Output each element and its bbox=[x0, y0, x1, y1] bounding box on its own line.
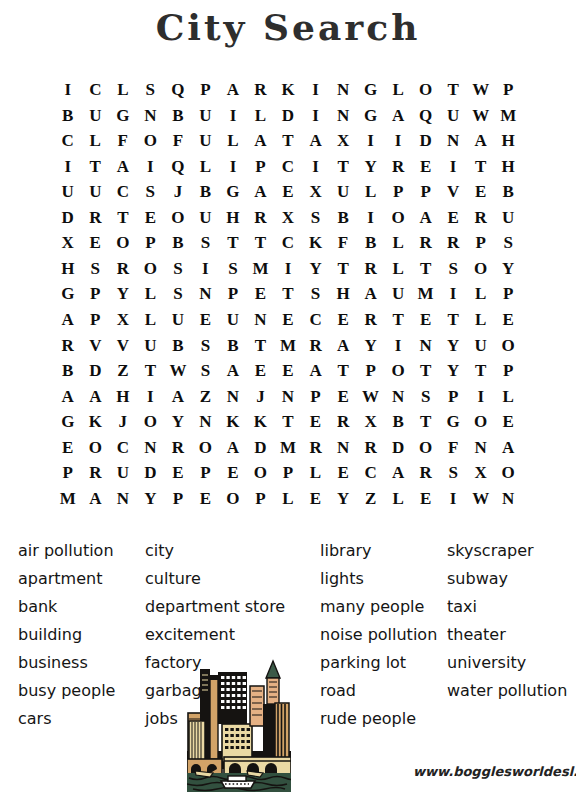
grid-cell-r3c14: D bbox=[412, 128, 440, 154]
grid-cell-r16c7: E bbox=[219, 460, 247, 486]
grid-cell-r15c8: D bbox=[247, 434, 275, 460]
grid-cell-r3c5: F bbox=[164, 128, 192, 154]
grid-cell-r6c2: R bbox=[82, 205, 110, 231]
grid-cell-r2c2: U bbox=[82, 103, 110, 129]
grid-cell-r12c14: T bbox=[412, 358, 440, 384]
grid-cell-r15c17: A bbox=[494, 434, 522, 460]
grid-cell-r8c1: H bbox=[54, 256, 82, 282]
grid-cell-r8c2: S bbox=[82, 256, 110, 282]
grid-cell-r14c17: E bbox=[494, 409, 522, 435]
grid-cell-r5c16: E bbox=[467, 179, 495, 205]
word-item: culture bbox=[145, 565, 285, 593]
grid-cell-r4c9: C bbox=[274, 154, 302, 180]
word-item: subway bbox=[447, 565, 567, 593]
grid-cell-r11c17: O bbox=[494, 332, 522, 358]
grid-cell-r9c7: P bbox=[219, 281, 247, 307]
grid-cell-r14c10: E bbox=[302, 409, 330, 435]
grid-cell-r9c13: U bbox=[384, 281, 412, 307]
grid-cell-r5c7: G bbox=[219, 179, 247, 205]
grid-cell-r10c16: L bbox=[467, 307, 495, 333]
grid-cell-r11c10: R bbox=[302, 332, 330, 358]
grid-cell-r12c17: P bbox=[494, 358, 522, 384]
grid-cell-r1c13: L bbox=[384, 77, 412, 103]
word-item: taxi bbox=[447, 593, 567, 621]
grid-cell-r15c11: N bbox=[329, 434, 357, 460]
grid-cell-r2c8: L bbox=[247, 103, 275, 129]
grid-cell-r7c1: X bbox=[54, 230, 82, 256]
grid-cell-r7c2: E bbox=[82, 230, 110, 256]
grid-cell-r10c3: X bbox=[109, 307, 137, 333]
grid-cell-r13c13: N bbox=[384, 383, 412, 409]
grid-cell-r11c2: V bbox=[82, 332, 110, 358]
grid-cell-r7c10: K bbox=[302, 230, 330, 256]
grid-cell-r1c1: I bbox=[54, 77, 82, 103]
grid-cell-r9c12: A bbox=[357, 281, 385, 307]
grid-cell-r10c6: E bbox=[192, 307, 220, 333]
grid-cell-r9c1: G bbox=[54, 281, 82, 307]
word-item: skyscraper bbox=[447, 537, 567, 565]
grid-cell-r9c16: L bbox=[467, 281, 495, 307]
grid-cell-r4c15: I bbox=[439, 154, 467, 180]
grid-cell-r3c3: F bbox=[109, 128, 137, 154]
grid-cell-r12c16: T bbox=[467, 358, 495, 384]
grid-cell-r17c5: P bbox=[164, 485, 192, 511]
grid-cell-r13c8: J bbox=[247, 383, 275, 409]
word-item: rude people bbox=[320, 705, 437, 733]
word-item: many people bbox=[320, 593, 437, 621]
grid-cell-r11c3: V bbox=[109, 332, 137, 358]
grid-cell-r6c15: E bbox=[439, 205, 467, 231]
word-item: lights bbox=[320, 565, 437, 593]
grid-cell-r6c16: R bbox=[467, 205, 495, 231]
grid-cell-r7c8: T bbox=[247, 230, 275, 256]
grid-cell-r5c13: P bbox=[384, 179, 412, 205]
grid-cell-r7c3: O bbox=[109, 230, 137, 256]
grid-cell-r11c4: U bbox=[137, 332, 165, 358]
grid-cell-r5c17: B bbox=[494, 179, 522, 205]
grid-cell-r8c15: S bbox=[439, 256, 467, 282]
grid-cell-r16c16: X bbox=[467, 460, 495, 486]
grid-cell-r14c9: T bbox=[274, 409, 302, 435]
grid-cell-r16c2: R bbox=[82, 460, 110, 486]
grid-cell-r17c12: Z bbox=[357, 485, 385, 511]
word-item: department store bbox=[145, 593, 285, 621]
grid-cell-r8c12: R bbox=[357, 256, 385, 282]
grid-cell-r10c2: P bbox=[82, 307, 110, 333]
grid-cell-r8c13: L bbox=[384, 256, 412, 282]
website-url: www.bogglesworldesl.com bbox=[413, 764, 576, 779]
grid-cell-r8c14: T bbox=[412, 256, 440, 282]
grid-cell-r11c16: U bbox=[467, 332, 495, 358]
word-item: busy people bbox=[18, 677, 115, 705]
grid-cell-r3c13: I bbox=[384, 128, 412, 154]
grid-cell-r10c15: T bbox=[439, 307, 467, 333]
grid-cell-r2c17: M bbox=[494, 103, 522, 129]
grid-cell-r14c3: J bbox=[109, 409, 137, 435]
grid-cell-r16c14: R bbox=[412, 460, 440, 486]
grid-cell-r7c14: R bbox=[412, 230, 440, 256]
grid-cell-r13c12: W bbox=[357, 383, 385, 409]
grid-cell-r7c4: P bbox=[137, 230, 165, 256]
grid-cell-r5c9: E bbox=[274, 179, 302, 205]
grid-cell-r12c13: O bbox=[384, 358, 412, 384]
grid-cell-r16c3: U bbox=[109, 460, 137, 486]
grid-cell-r13c14: S bbox=[412, 383, 440, 409]
word-list-column-1: air pollutionapartmentbankbuildingbusine… bbox=[18, 537, 115, 733]
grid-cell-r16c6: P bbox=[192, 460, 220, 486]
grid-cell-r6c13: O bbox=[384, 205, 412, 231]
grid-cell-r5c12: L bbox=[357, 179, 385, 205]
grid-cell-r12c8: E bbox=[247, 358, 275, 384]
grid-cell-r3c8: A bbox=[247, 128, 275, 154]
grid-cell-r17c15: I bbox=[439, 485, 467, 511]
grid-cell-r7c12: B bbox=[357, 230, 385, 256]
grid-cell-r7c15: R bbox=[439, 230, 467, 256]
grid-cell-r6c12: I bbox=[357, 205, 385, 231]
grid-cell-r10c10: C bbox=[302, 307, 330, 333]
grid-cell-r11c5: B bbox=[164, 332, 192, 358]
grid-cell-r2c10: I bbox=[302, 103, 330, 129]
grid-cell-r9c8: E bbox=[247, 281, 275, 307]
grid-cell-r7c13: L bbox=[384, 230, 412, 256]
grid-cell-r5c10: X bbox=[302, 179, 330, 205]
grid-cell-r13c10: P bbox=[302, 383, 330, 409]
grid-cell-r12c11: T bbox=[329, 358, 357, 384]
grid-cell-r14c7: K bbox=[219, 409, 247, 435]
grid-cell-r4c12: Y bbox=[357, 154, 385, 180]
city-skyline-illustration bbox=[187, 659, 291, 792]
grid-cell-r6c3: T bbox=[109, 205, 137, 231]
grid-cell-r3c10: A bbox=[302, 128, 330, 154]
grid-cell-r10c8: N bbox=[247, 307, 275, 333]
grid-cell-r9c15: I bbox=[439, 281, 467, 307]
word-item: road bbox=[320, 677, 437, 705]
grid-cell-r13c2: A bbox=[82, 383, 110, 409]
word-item: air pollution bbox=[18, 537, 115, 565]
grid-cell-r13c11: E bbox=[329, 383, 357, 409]
grid-cell-r8c6: I bbox=[192, 256, 220, 282]
grid-cell-r9c10: S bbox=[302, 281, 330, 307]
word-item: bank bbox=[18, 593, 115, 621]
grid-cell-r7c11: F bbox=[329, 230, 357, 256]
grid-cell-r8c10: Y bbox=[302, 256, 330, 282]
grid-cell-r2c14: Q bbox=[412, 103, 440, 129]
grid-cell-r15c13: D bbox=[384, 434, 412, 460]
grid-cell-r14c16: O bbox=[467, 409, 495, 435]
grid-cell-r5c8: A bbox=[247, 179, 275, 205]
grid-cell-r2c3: G bbox=[109, 103, 137, 129]
grid-cell-r12c15: Y bbox=[439, 358, 467, 384]
grid-cell-r7c7: T bbox=[219, 230, 247, 256]
grid-cell-r6c5: O bbox=[164, 205, 192, 231]
worksheet-page: City Search ICLSQPARKINGLOTWPBUGNBUILDIN… bbox=[0, 0, 576, 792]
grid-cell-r17c3: N bbox=[109, 485, 137, 511]
grid-cell-r10c5: U bbox=[164, 307, 192, 333]
grid-cell-r4c3: A bbox=[109, 154, 137, 180]
word-search-grid: ICLSQPARKINGLOTWPBUGNBUILDINGAQUWMCLFOFU… bbox=[54, 77, 522, 511]
grid-cell-r8c5: S bbox=[164, 256, 192, 282]
grid-cell-r3c9: T bbox=[274, 128, 302, 154]
grid-cell-r9c11: H bbox=[329, 281, 357, 307]
grid-cell-r12c12: P bbox=[357, 358, 385, 384]
grid-cell-r5c2: U bbox=[82, 179, 110, 205]
grid-cell-r13c5: A bbox=[164, 383, 192, 409]
grid-cell-r15c9: M bbox=[274, 434, 302, 460]
grid-cell-r5c1: U bbox=[54, 179, 82, 205]
grid-cell-r17c11: Y bbox=[329, 485, 357, 511]
word-item: building bbox=[18, 621, 115, 649]
grid-cell-r16c1: P bbox=[54, 460, 82, 486]
grid-cell-r9c6: N bbox=[192, 281, 220, 307]
grid-cell-r15c14: O bbox=[412, 434, 440, 460]
word-item: city bbox=[145, 537, 285, 565]
grid-cell-r13c1: A bbox=[54, 383, 82, 409]
grid-cell-r3c16: A bbox=[467, 128, 495, 154]
grid-cell-r15c2: O bbox=[82, 434, 110, 460]
grid-cell-r15c4: N bbox=[137, 434, 165, 460]
grid-cell-r14c5: Y bbox=[164, 409, 192, 435]
grid-cell-r17c8: P bbox=[247, 485, 275, 511]
word-item: cars bbox=[18, 705, 115, 733]
grid-cell-r13c4: I bbox=[137, 383, 165, 409]
grid-cell-r9c14: M bbox=[412, 281, 440, 307]
grid-cell-r1c7: A bbox=[219, 77, 247, 103]
word-item: business bbox=[18, 649, 115, 677]
grid-cell-r11c14: N bbox=[412, 332, 440, 358]
grid-cell-r11c8: T bbox=[247, 332, 275, 358]
grid-cell-r2c1: B bbox=[54, 103, 82, 129]
grid-cell-r16c11: E bbox=[329, 460, 357, 486]
grid-cell-r3c1: C bbox=[54, 128, 82, 154]
grid-cell-r3c2: L bbox=[82, 128, 110, 154]
grid-cell-r5c14: P bbox=[412, 179, 440, 205]
word-item: university bbox=[447, 649, 567, 677]
grid-cell-r3c4: O bbox=[137, 128, 165, 154]
grid-cell-r2c5: B bbox=[164, 103, 192, 129]
grid-cell-r14c11: R bbox=[329, 409, 357, 435]
grid-cell-r4c14: E bbox=[412, 154, 440, 180]
grid-cell-r15c5: R bbox=[164, 434, 192, 460]
grid-cell-r6c11: B bbox=[329, 205, 357, 231]
grid-cell-r9c4: L bbox=[137, 281, 165, 307]
word-item: noise pollution bbox=[320, 621, 437, 649]
grid-cell-r3c17: H bbox=[494, 128, 522, 154]
grid-cell-r17c2: A bbox=[82, 485, 110, 511]
grid-cell-r5c11: U bbox=[329, 179, 357, 205]
grid-cell-r17c17: N bbox=[494, 485, 522, 511]
grid-cell-r17c16: W bbox=[467, 485, 495, 511]
grid-cell-r14c4: O bbox=[137, 409, 165, 435]
grid-cell-r1c15: T bbox=[439, 77, 467, 103]
grid-cell-r12c4: T bbox=[137, 358, 165, 384]
grid-cell-r1c12: G bbox=[357, 77, 385, 103]
grid-cell-r2c11: N bbox=[329, 103, 357, 129]
grid-cell-r16c5: E bbox=[164, 460, 192, 486]
grid-cell-r5c15: V bbox=[439, 179, 467, 205]
grid-cell-r12c2: D bbox=[82, 358, 110, 384]
grid-cell-r15c15: F bbox=[439, 434, 467, 460]
grid-cell-r5c3: C bbox=[109, 179, 137, 205]
grid-cell-r11c1: R bbox=[54, 332, 82, 358]
word-item: water pollution bbox=[447, 677, 567, 705]
grid-cell-r5c5: J bbox=[164, 179, 192, 205]
grid-cell-r4c4: I bbox=[137, 154, 165, 180]
grid-cell-r11c13: I bbox=[384, 332, 412, 358]
grid-cell-r14c12: X bbox=[357, 409, 385, 435]
grid-cell-r1c16: W bbox=[467, 77, 495, 103]
grid-cell-r15c16: N bbox=[467, 434, 495, 460]
grid-cell-r12c6: S bbox=[192, 358, 220, 384]
grid-cell-r12c9: E bbox=[274, 358, 302, 384]
grid-cell-r8c11: T bbox=[329, 256, 357, 282]
grid-cell-r4c17: H bbox=[494, 154, 522, 180]
grid-cell-r17c14: E bbox=[412, 485, 440, 511]
word-list-column-4: skyscrapersubwaytaxitheateruniversitywat… bbox=[447, 537, 567, 705]
grid-cell-r1c14: O bbox=[412, 77, 440, 103]
grid-cell-r15c3: C bbox=[109, 434, 137, 460]
grid-cell-r1c8: R bbox=[247, 77, 275, 103]
grid-cell-r1c10: I bbox=[302, 77, 330, 103]
grid-cell-r2c15: U bbox=[439, 103, 467, 129]
grid-cell-r16c10: L bbox=[302, 460, 330, 486]
grid-cell-r1c17: P bbox=[494, 77, 522, 103]
grid-cell-r16c12: C bbox=[357, 460, 385, 486]
grid-cell-r1c6: P bbox=[192, 77, 220, 103]
grid-cell-r16c4: D bbox=[137, 460, 165, 486]
grid-cell-r13c6: Z bbox=[192, 383, 220, 409]
grid-cell-r9c3: Y bbox=[109, 281, 137, 307]
grid-cell-r16c9: P bbox=[274, 460, 302, 486]
grid-cell-r1c5: Q bbox=[164, 77, 192, 103]
grid-cell-r10c14: E bbox=[412, 307, 440, 333]
grid-cell-r8c8: M bbox=[247, 256, 275, 282]
grid-cell-r4c5: Q bbox=[164, 154, 192, 180]
grid-cell-r12c7: A bbox=[219, 358, 247, 384]
grid-cell-r11c6: S bbox=[192, 332, 220, 358]
grid-cell-r10c17: E bbox=[494, 307, 522, 333]
grid-cell-r8c7: S bbox=[219, 256, 247, 282]
grid-cell-r1c11: N bbox=[329, 77, 357, 103]
grid-cell-r17c7: O bbox=[219, 485, 247, 511]
grid-cell-r1c3: L bbox=[109, 77, 137, 103]
grid-cell-r2c12: G bbox=[357, 103, 385, 129]
grid-cell-r6c10: S bbox=[302, 205, 330, 231]
grid-cell-r1c9: K bbox=[274, 77, 302, 103]
grid-cell-r3c15: N bbox=[439, 128, 467, 154]
grid-cell-r2c7: I bbox=[219, 103, 247, 129]
grid-cell-r5c6: B bbox=[192, 179, 220, 205]
word-list-column-3: librarylightsmany peoplenoise pollutionp… bbox=[320, 537, 437, 733]
grid-cell-r4c7: I bbox=[219, 154, 247, 180]
grid-cell-r12c3: Z bbox=[109, 358, 137, 384]
grid-cell-r3c12: I bbox=[357, 128, 385, 154]
word-item: excitement bbox=[145, 621, 285, 649]
grid-cell-r6c17: U bbox=[494, 205, 522, 231]
grid-cell-r17c6: E bbox=[192, 485, 220, 511]
grid-cell-r5c4: S bbox=[137, 179, 165, 205]
grid-cell-r17c10: E bbox=[302, 485, 330, 511]
grid-cell-r7c5: B bbox=[164, 230, 192, 256]
grid-cell-r16c17: O bbox=[494, 460, 522, 486]
grid-cell-r16c15: S bbox=[439, 460, 467, 486]
grid-cell-r15c12: R bbox=[357, 434, 385, 460]
grid-cell-r15c10: R bbox=[302, 434, 330, 460]
grid-cell-r13c3: H bbox=[109, 383, 137, 409]
grid-cell-r10c11: E bbox=[329, 307, 357, 333]
grid-cell-r15c7: A bbox=[219, 434, 247, 460]
grid-cell-r1c4: S bbox=[137, 77, 165, 103]
grid-cell-r6c4: E bbox=[137, 205, 165, 231]
grid-cell-r2c13: A bbox=[384, 103, 412, 129]
word-item: parking lot bbox=[320, 649, 437, 677]
word-item: apartment bbox=[18, 565, 115, 593]
grid-cell-r6c14: A bbox=[412, 205, 440, 231]
grid-cell-r11c11: A bbox=[329, 332, 357, 358]
grid-cell-r14c6: N bbox=[192, 409, 220, 435]
grid-cell-r14c8: K bbox=[247, 409, 275, 435]
grid-cell-r17c1: M bbox=[54, 485, 82, 511]
grid-cell-r10c13: T bbox=[384, 307, 412, 333]
grid-cell-r13c15: P bbox=[439, 383, 467, 409]
grid-cell-r11c7: B bbox=[219, 332, 247, 358]
grid-cell-r4c2: T bbox=[82, 154, 110, 180]
grid-cell-r7c9: C bbox=[274, 230, 302, 256]
grid-cell-r14c15: G bbox=[439, 409, 467, 435]
grid-cell-r10c4: L bbox=[137, 307, 165, 333]
word-item: library bbox=[320, 537, 437, 565]
grid-cell-r1c2: C bbox=[82, 77, 110, 103]
grid-cell-r7c17: S bbox=[494, 230, 522, 256]
grid-cell-r6c6: U bbox=[192, 205, 220, 231]
grid-cell-r3c6: U bbox=[192, 128, 220, 154]
grid-cell-r9c9: T bbox=[274, 281, 302, 307]
grid-cell-r9c17: P bbox=[494, 281, 522, 307]
grid-cell-r9c5: S bbox=[164, 281, 192, 307]
grid-cell-r15c1: E bbox=[54, 434, 82, 460]
grid-cell-r12c10: A bbox=[302, 358, 330, 384]
puzzle-title: City Search bbox=[0, 6, 576, 48]
grid-cell-r8c3: R bbox=[109, 256, 137, 282]
grid-cell-r2c9: D bbox=[274, 103, 302, 129]
grid-cell-r8c17: Y bbox=[494, 256, 522, 282]
grid-cell-r4c10: I bbox=[302, 154, 330, 180]
grid-cell-r17c4: Y bbox=[137, 485, 165, 511]
grid-cell-r2c4: N bbox=[137, 103, 165, 129]
grid-cell-r10c7: U bbox=[219, 307, 247, 333]
grid-cell-r8c16: O bbox=[467, 256, 495, 282]
grid-cell-r16c8: O bbox=[247, 460, 275, 486]
grid-cell-r10c12: R bbox=[357, 307, 385, 333]
grid-cell-r12c5: W bbox=[164, 358, 192, 384]
grid-cell-r6c9: X bbox=[274, 205, 302, 231]
grid-cell-r11c9: M bbox=[274, 332, 302, 358]
grid-cell-r16c13: A bbox=[384, 460, 412, 486]
grid-cell-r4c16: T bbox=[467, 154, 495, 180]
grid-cell-r8c4: O bbox=[137, 256, 165, 282]
grid-cell-r4c1: I bbox=[54, 154, 82, 180]
grid-cell-r9c2: P bbox=[82, 281, 110, 307]
grid-cell-r14c14: T bbox=[412, 409, 440, 435]
grid-cell-r2c16: W bbox=[467, 103, 495, 129]
grid-cell-r6c8: R bbox=[247, 205, 275, 231]
grid-cell-r10c9: E bbox=[274, 307, 302, 333]
grid-cell-r12c1: B bbox=[54, 358, 82, 384]
word-item: theater bbox=[447, 621, 567, 649]
grid-cell-r6c1: D bbox=[54, 205, 82, 231]
grid-cell-r10c1: A bbox=[54, 307, 82, 333]
grid-cell-r13c16: I bbox=[467, 383, 495, 409]
grid-cell-r8c9: I bbox=[274, 256, 302, 282]
